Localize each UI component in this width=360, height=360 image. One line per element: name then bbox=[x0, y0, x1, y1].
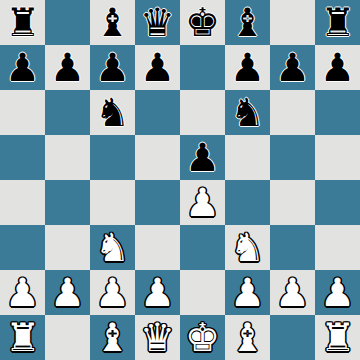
white-pawn-piece[interactable]: ♟ bbox=[50, 270, 85, 315]
black-bishop-piece[interactable]: ♝ bbox=[230, 0, 265, 45]
square-d4[interactable] bbox=[135, 180, 180, 225]
black-pawn-piece[interactable]: ♟ bbox=[230, 45, 265, 90]
square-g7[interactable]: ♟ bbox=[270, 45, 315, 90]
square-f5[interactable] bbox=[225, 135, 270, 180]
square-g5[interactable] bbox=[270, 135, 315, 180]
square-d5[interactable] bbox=[135, 135, 180, 180]
square-b7[interactable]: ♟ bbox=[45, 45, 90, 90]
black-bishop-piece[interactable]: ♝ bbox=[95, 0, 130, 45]
square-g1[interactable] bbox=[270, 315, 315, 360]
white-king-piece[interactable]: ♚ bbox=[185, 315, 220, 360]
square-e2[interactable] bbox=[180, 270, 225, 315]
black-pawn-piece[interactable]: ♟ bbox=[320, 45, 355, 90]
square-h2[interactable]: ♟ bbox=[315, 270, 360, 315]
square-e1[interactable]: ♚ bbox=[180, 315, 225, 360]
square-c1[interactable]: ♝ bbox=[90, 315, 135, 360]
square-h1[interactable]: ♜ bbox=[315, 315, 360, 360]
square-f4[interactable] bbox=[225, 180, 270, 225]
square-f8[interactable]: ♝ bbox=[225, 0, 270, 45]
square-h6[interactable] bbox=[315, 90, 360, 135]
square-d8[interactable]: ♛ bbox=[135, 0, 180, 45]
square-f2[interactable]: ♟ bbox=[225, 270, 270, 315]
square-a2[interactable]: ♟ bbox=[0, 270, 45, 315]
square-a5[interactable] bbox=[0, 135, 45, 180]
square-d7[interactable]: ♟ bbox=[135, 45, 180, 90]
black-pawn-piece[interactable]: ♟ bbox=[95, 45, 130, 90]
white-pawn-piece[interactable]: ♟ bbox=[185, 180, 220, 225]
black-knight-piece[interactable]: ♞ bbox=[95, 90, 130, 135]
square-h5[interactable] bbox=[315, 135, 360, 180]
square-e7[interactable] bbox=[180, 45, 225, 90]
white-knight-piece[interactable]: ♞ bbox=[95, 225, 130, 270]
square-b2[interactable]: ♟ bbox=[45, 270, 90, 315]
square-c6[interactable]: ♞ bbox=[90, 90, 135, 135]
white-pawn-piece[interactable]: ♟ bbox=[5, 270, 40, 315]
black-rook-piece[interactable]: ♜ bbox=[320, 0, 355, 45]
white-pawn-piece[interactable]: ♟ bbox=[230, 270, 265, 315]
square-e3[interactable] bbox=[180, 225, 225, 270]
square-g8[interactable] bbox=[270, 0, 315, 45]
white-pawn-piece[interactable]: ♟ bbox=[95, 270, 130, 315]
square-b4[interactable] bbox=[45, 180, 90, 225]
white-pawn-piece[interactable]: ♟ bbox=[275, 270, 310, 315]
square-c8[interactable]: ♝ bbox=[90, 0, 135, 45]
black-queen-piece[interactable]: ♛ bbox=[140, 0, 175, 45]
square-g4[interactable] bbox=[270, 180, 315, 225]
square-e8[interactable]: ♚ bbox=[180, 0, 225, 45]
black-pawn-piece[interactable]: ♟ bbox=[140, 45, 175, 90]
square-c2[interactable]: ♟ bbox=[90, 270, 135, 315]
white-rook-piece[interactable]: ♜ bbox=[5, 315, 40, 360]
square-b1[interactable] bbox=[45, 315, 90, 360]
square-c4[interactable] bbox=[90, 180, 135, 225]
square-b5[interactable] bbox=[45, 135, 90, 180]
square-d6[interactable] bbox=[135, 90, 180, 135]
black-pawn-piece[interactable]: ♟ bbox=[5, 45, 40, 90]
square-g6[interactable] bbox=[270, 90, 315, 135]
black-pawn-piece[interactable]: ♟ bbox=[185, 135, 220, 180]
square-g3[interactable] bbox=[270, 225, 315, 270]
white-bishop-piece[interactable]: ♝ bbox=[230, 315, 265, 360]
black-rook-piece[interactable]: ♜ bbox=[5, 0, 40, 45]
square-c5[interactable] bbox=[90, 135, 135, 180]
square-b8[interactable] bbox=[45, 0, 90, 45]
square-e5[interactable]: ♟ bbox=[180, 135, 225, 180]
square-e4[interactable]: ♟ bbox=[180, 180, 225, 225]
white-queen-piece[interactable]: ♛ bbox=[140, 315, 175, 360]
white-rook-piece[interactable]: ♜ bbox=[320, 315, 355, 360]
chess-board: ♜♝♛♚♝♜♟♟♟♟♟♟♟♞♞♟♟♞♞♟♟♟♟♟♟♟♜♝♛♚♝♜ bbox=[0, 0, 360, 360]
square-a1[interactable]: ♜ bbox=[0, 315, 45, 360]
square-a3[interactable] bbox=[0, 225, 45, 270]
square-d1[interactable]: ♛ bbox=[135, 315, 180, 360]
square-f6[interactable]: ♞ bbox=[225, 90, 270, 135]
square-a6[interactable] bbox=[0, 90, 45, 135]
black-pawn-piece[interactable]: ♟ bbox=[50, 45, 85, 90]
square-a7[interactable]: ♟ bbox=[0, 45, 45, 90]
black-king-piece[interactable]: ♚ bbox=[185, 0, 220, 45]
square-g2[interactable]: ♟ bbox=[270, 270, 315, 315]
square-e6[interactable] bbox=[180, 90, 225, 135]
square-f3[interactable]: ♞ bbox=[225, 225, 270, 270]
square-a8[interactable]: ♜ bbox=[0, 0, 45, 45]
square-h7[interactable]: ♟ bbox=[315, 45, 360, 90]
square-c7[interactable]: ♟ bbox=[90, 45, 135, 90]
square-h3[interactable] bbox=[315, 225, 360, 270]
square-f1[interactable]: ♝ bbox=[225, 315, 270, 360]
black-pawn-piece[interactable]: ♟ bbox=[275, 45, 310, 90]
square-d3[interactable] bbox=[135, 225, 180, 270]
black-knight-piece[interactable]: ♞ bbox=[230, 90, 265, 135]
square-d2[interactable]: ♟ bbox=[135, 270, 180, 315]
square-b3[interactable] bbox=[45, 225, 90, 270]
white-pawn-piece[interactable]: ♟ bbox=[320, 270, 355, 315]
square-a4[interactable] bbox=[0, 180, 45, 225]
white-pawn-piece[interactable]: ♟ bbox=[140, 270, 175, 315]
white-knight-piece[interactable]: ♞ bbox=[230, 225, 265, 270]
square-c3[interactable]: ♞ bbox=[90, 225, 135, 270]
white-bishop-piece[interactable]: ♝ bbox=[95, 315, 130, 360]
square-h8[interactable]: ♜ bbox=[315, 0, 360, 45]
square-b6[interactable] bbox=[45, 90, 90, 135]
square-h4[interactable] bbox=[315, 180, 360, 225]
square-f7[interactable]: ♟ bbox=[225, 45, 270, 90]
